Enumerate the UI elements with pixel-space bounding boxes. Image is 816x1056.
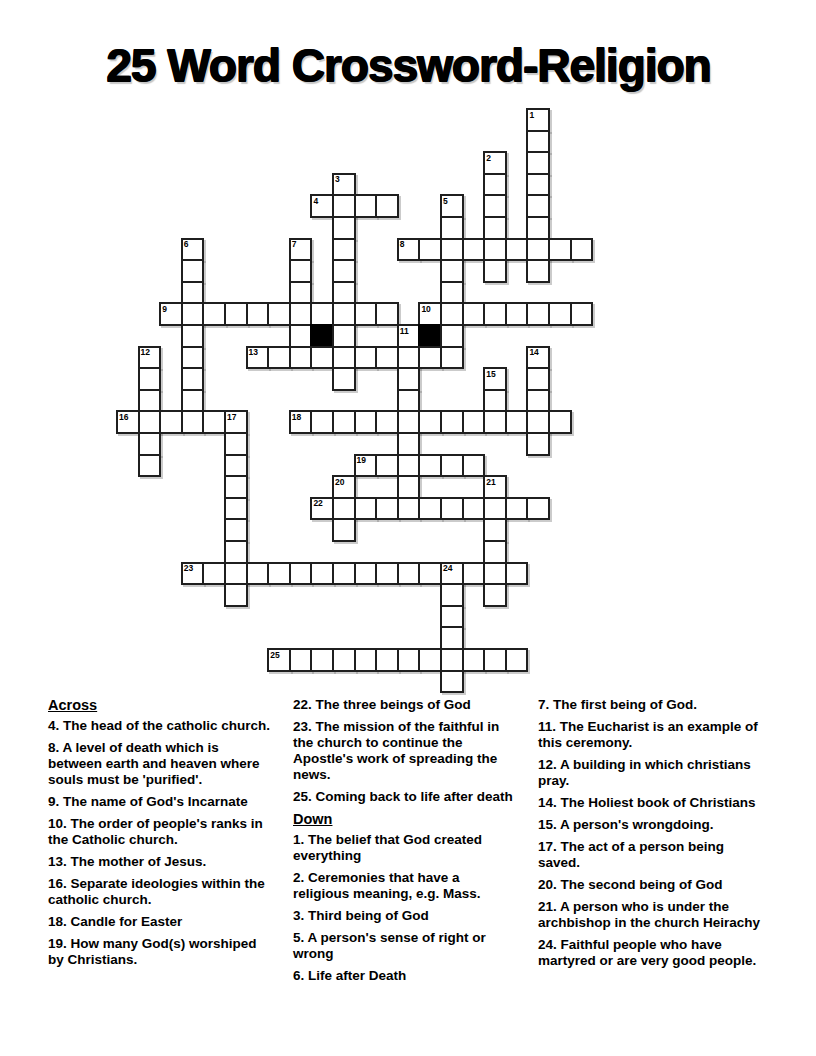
cell-r14c12[interactable]	[375, 410, 399, 434]
cell-r4c17[interactable]	[483, 194, 507, 218]
cell-r6c3[interactable]	[181, 238, 205, 262]
cell-r9c8[interactable]	[289, 302, 313, 326]
cell-r16c11[interactable]	[354, 454, 378, 478]
cell-r3c19[interactable]	[526, 173, 550, 197]
cell-r25c13[interactable]	[397, 648, 421, 672]
cell-r6c20[interactable]	[548, 238, 572, 262]
clue-22: 22. The three beings of God	[293, 697, 519, 713]
cell-r4c15[interactable]	[440, 194, 464, 218]
cell-r9c7[interactable]	[267, 302, 291, 326]
cell-r15c13[interactable]	[397, 432, 421, 456]
cell-r13c17[interactable]	[483, 389, 507, 413]
cell-r11c7[interactable]	[267, 346, 291, 370]
cell-r21c15[interactable]	[440, 562, 464, 586]
cell-r7c10[interactable]	[332, 259, 356, 283]
cell-r21c9[interactable]	[310, 562, 334, 586]
cell-r11c14[interactable]	[418, 346, 442, 370]
cell-r15c1[interactable]	[138, 432, 162, 456]
crossword-grid: 1234567891011121314151617181920212223242…	[117, 109, 594, 694]
cell-r14c19[interactable]	[526, 410, 550, 434]
cell-r17c10[interactable]	[332, 475, 356, 499]
cell-r25c18[interactable]	[505, 648, 529, 672]
clue-19: 19. How many God(s) worshiped by Christi…	[48, 936, 274, 968]
clue-7: 7. The first being of God.	[538, 697, 764, 713]
cell-r7c17[interactable]	[483, 259, 507, 283]
clue-5: 5. A person's sense of right or wrong	[293, 930, 519, 962]
down-header: Down	[293, 811, 519, 827]
cell-r12c19[interactable]	[526, 367, 550, 391]
cell-r12c3[interactable]	[181, 367, 205, 391]
cell-r16c13[interactable]	[397, 454, 421, 478]
cell-r11c15[interactable]	[440, 346, 464, 370]
cell-r16c12[interactable]	[375, 454, 399, 478]
cell-r21c11[interactable]	[354, 562, 378, 586]
cell-r16c5[interactable]	[224, 454, 248, 478]
cell-r14c16[interactable]	[462, 410, 486, 434]
cell-r14c9[interactable]	[310, 410, 334, 434]
clue-2: 2. Ceremonies that have a religious mean…	[293, 870, 519, 902]
clue-column-1: Across4. The head of the catholic church…	[48, 697, 274, 990]
cell-r13c3[interactable]	[181, 389, 205, 413]
clue-column-2: 22. The three beings of God23. The missi…	[293, 697, 519, 990]
cell-r21c10[interactable]	[332, 562, 356, 586]
clue-10: 10. The order of people's ranks in the C…	[48, 816, 274, 848]
cell-r11c9[interactable]	[310, 346, 334, 370]
cell-r13c19[interactable]	[526, 389, 550, 413]
clue-9: 9. The name of God's Incarnate	[48, 794, 274, 810]
across-header: Across	[48, 697, 274, 713]
cell-r6c19[interactable]	[526, 238, 550, 262]
cell-r21c17[interactable]	[483, 562, 507, 586]
clue-column-3: 7. The first being of God.11. The Euchar…	[538, 697, 764, 990]
cell-r25c16[interactable]	[462, 648, 486, 672]
cell-r9c6[interactable]	[246, 302, 270, 326]
black-cell-r10c14	[418, 324, 442, 348]
cell-r25c8[interactable]	[289, 648, 313, 672]
cell-r11c10[interactable]	[332, 346, 356, 370]
clue-17: 17. The act of a person being saved.	[538, 839, 764, 871]
cell-r18c14[interactable]	[418, 497, 442, 521]
cell-r7c15[interactable]	[440, 259, 464, 283]
cell-r15c5[interactable]	[224, 432, 248, 456]
clue-18: 18. Candle for Easter	[48, 914, 274, 930]
cell-r9c20[interactable]	[548, 302, 572, 326]
cell-r4c19[interactable]	[526, 194, 550, 218]
cell-r19c5[interactable]	[224, 518, 248, 542]
cell-r5c15[interactable]	[440, 216, 464, 240]
cell-r9c9[interactable]	[310, 302, 334, 326]
cell-r14c14[interactable]	[418, 410, 442, 434]
cell-r21c3[interactable]	[181, 562, 205, 586]
cell-r11c13[interactable]	[397, 346, 421, 370]
cell-r2c19[interactable]	[526, 151, 550, 175]
clue-13: 13. The mother of Jesus.	[48, 854, 274, 870]
cell-r9c17[interactable]	[483, 302, 507, 326]
clue-11: 11. The Eucharist is an example of this …	[538, 719, 764, 751]
cell-r7c19[interactable]	[526, 259, 550, 283]
cell-r14c10[interactable]	[332, 410, 356, 434]
cell-r9c10[interactable]	[332, 302, 356, 326]
cell-r9c11[interactable]	[354, 302, 378, 326]
cell-r8c10[interactable]	[332, 281, 356, 305]
cell-r14c4[interactable]	[202, 410, 226, 434]
clue-12: 12. A building in which christians pray.	[538, 757, 764, 789]
cell-r9c19[interactable]	[526, 302, 550, 326]
cell-r25c17[interactable]	[483, 648, 507, 672]
cell-r18c16[interactable]	[462, 497, 486, 521]
clue-16: 16. Separate ideologies within the catho…	[48, 876, 274, 908]
cell-r14c17[interactable]	[483, 410, 507, 434]
cell-r8c8[interactable]	[289, 281, 313, 305]
cell-r10c3[interactable]	[181, 324, 205, 348]
cell-r18c17[interactable]	[483, 497, 507, 521]
cell-r11c6[interactable]	[246, 346, 270, 370]
cell-r13c13[interactable]	[397, 389, 421, 413]
cell-r14c1[interactable]	[138, 410, 162, 434]
cell-r10c8[interactable]	[289, 324, 313, 348]
cell-r18c9[interactable]	[310, 497, 334, 521]
cell-r14c0[interactable]	[116, 410, 140, 434]
clue-21: 21. A person who is under the archbishop…	[538, 899, 764, 931]
cell-r21c14[interactable]	[418, 562, 442, 586]
cell-r20c17[interactable]	[483, 540, 507, 564]
cell-r18c18[interactable]	[505, 497, 529, 521]
cell-r6c16[interactable]	[462, 238, 486, 262]
cell-r9c21[interactable]	[570, 302, 594, 326]
cell-r25c15[interactable]	[440, 648, 464, 672]
cell-r14c11[interactable]	[354, 410, 378, 434]
cell-r1c19[interactable]	[526, 130, 550, 154]
cell-r11c11[interactable]	[354, 346, 378, 370]
cell-r2c17[interactable]	[483, 151, 507, 175]
cell-r21c6[interactable]	[246, 562, 270, 586]
cell-r16c15[interactable]	[440, 454, 464, 478]
cell-r25c12[interactable]	[375, 648, 399, 672]
cell-r7c8[interactable]	[289, 259, 313, 283]
cell-r21c16[interactable]	[462, 562, 486, 586]
cell-r8c3[interactable]	[181, 281, 205, 305]
cell-r13c1[interactable]	[138, 389, 162, 413]
cell-r16c16[interactable]	[462, 454, 486, 478]
cell-r12c1[interactable]	[138, 367, 162, 391]
cell-r9c3[interactable]	[181, 302, 205, 326]
cell-r18c5[interactable]	[224, 497, 248, 521]
cell-r6c14[interactable]	[418, 238, 442, 262]
cell-r21c8[interactable]	[289, 562, 313, 586]
cell-r25c9[interactable]	[310, 648, 334, 672]
cell-r5c10[interactable]	[332, 216, 356, 240]
cell-r16c14[interactable]	[418, 454, 442, 478]
cell-r12c13[interactable]	[397, 367, 421, 391]
cell-r9c14[interactable]	[418, 302, 442, 326]
cell-r21c5[interactable]	[224, 562, 248, 586]
cell-r25c11[interactable]	[354, 648, 378, 672]
cell-r18c13[interactable]	[397, 497, 421, 521]
cell-r9c12[interactable]	[375, 302, 399, 326]
cell-r9c4[interactable]	[202, 302, 226, 326]
clue-15: 15. A person's wrongdoing.	[538, 817, 764, 833]
clue-8: 8. A level of death which is between ear…	[48, 740, 274, 788]
cell-r24c15[interactable]	[440, 626, 464, 650]
cell-r23c15[interactable]	[440, 605, 464, 629]
cell-r18c11[interactable]	[354, 497, 378, 521]
clues-section: Across4. The head of the catholic church…	[48, 697, 764, 990]
clue-20: 20. The second being of God	[538, 877, 764, 893]
cell-r9c16[interactable]	[462, 302, 486, 326]
clue-3: 3. Third being of God	[293, 908, 519, 924]
clue-6: 6. Life after Death	[293, 968, 519, 984]
cell-r4c9[interactable]	[310, 194, 334, 218]
cell-r12c17[interactable]	[483, 367, 507, 391]
cell-r4c11[interactable]	[354, 194, 378, 218]
clue-24: 24. Faithful people who have martyred or…	[538, 937, 764, 969]
cell-r10c10[interactable]	[332, 324, 356, 348]
cell-r6c21[interactable]	[570, 238, 594, 262]
cell-r11c8[interactable]	[289, 346, 313, 370]
cell-r4c12[interactable]	[375, 194, 399, 218]
cell-r25c7[interactable]	[267, 648, 291, 672]
cell-r6c10[interactable]	[332, 238, 356, 262]
cell-r14c5[interactable]	[224, 410, 248, 434]
cell-r25c14[interactable]	[418, 648, 442, 672]
cell-r16c1[interactable]	[138, 454, 162, 478]
cell-r22c5[interactable]	[224, 583, 248, 607]
cell-r9c18[interactable]	[505, 302, 529, 326]
cell-r22c15[interactable]	[440, 583, 464, 607]
cell-r3c17[interactable]	[483, 173, 507, 197]
cell-r14c20[interactable]	[548, 410, 572, 434]
cell-r21c4[interactable]	[202, 562, 226, 586]
cell-r22c17[interactable]	[483, 583, 507, 607]
cell-r20c5[interactable]	[224, 540, 248, 564]
cell-r17c17[interactable]	[483, 475, 507, 499]
cell-r6c17[interactable]	[483, 238, 507, 262]
cell-r10c13[interactable]	[397, 324, 421, 348]
cell-r6c18[interactable]	[505, 238, 529, 262]
clue-14: 14. The Holiest book of Christians	[538, 795, 764, 811]
clue-1: 1. The belief that God created everythin…	[293, 832, 519, 864]
cell-r11c19[interactable]	[526, 346, 550, 370]
cell-r9c2[interactable]	[159, 302, 183, 326]
cell-r6c15[interactable]	[440, 238, 464, 262]
cell-r9c15[interactable]	[440, 302, 464, 326]
cell-r6c13[interactable]	[397, 238, 421, 262]
cell-r11c1[interactable]	[138, 346, 162, 370]
cell-r19c17[interactable]	[483, 518, 507, 542]
cell-r17c5[interactable]	[224, 475, 248, 499]
cell-r3c10[interactable]	[332, 173, 356, 197]
cell-r21c12[interactable]	[375, 562, 399, 586]
cell-r19c10[interactable]	[332, 518, 356, 542]
cell-r21c7[interactable]	[267, 562, 291, 586]
cell-r21c18[interactable]	[505, 562, 529, 586]
cell-r10c15[interactable]	[440, 324, 464, 348]
clue-23: 23. The mission of the faithful in the c…	[293, 719, 519, 783]
cell-r7c3[interactable]	[181, 259, 205, 283]
cell-r18c15[interactable]	[440, 497, 464, 521]
cell-r8c15[interactable]	[440, 281, 464, 305]
cell-r11c3[interactable]	[181, 346, 205, 370]
black-cell-r10c9	[310, 324, 334, 348]
cell-r21c13[interactable]	[397, 562, 421, 586]
page-title: 25 Word Crossword-Religion	[0, 38, 816, 92]
cell-r5c19[interactable]	[526, 216, 550, 240]
cell-r14c15[interactable]	[440, 410, 464, 434]
cell-r18c19[interactable]	[526, 497, 550, 521]
clue-25: 25. Coming back to life after death	[293, 789, 519, 805]
cell-r17c13[interactable]	[397, 475, 421, 499]
cell-r9c5[interactable]	[224, 302, 248, 326]
cell-r15c19[interactable]	[526, 432, 550, 456]
cell-r6c8[interactable]	[289, 238, 313, 262]
cell-r18c12[interactable]	[375, 497, 399, 521]
cell-r0c19[interactable]	[526, 108, 550, 132]
cell-r14c18[interactable]	[505, 410, 529, 434]
cell-r14c8[interactable]	[289, 410, 313, 434]
cell-r11c12[interactable]	[375, 346, 399, 370]
cell-r14c3[interactable]	[181, 410, 205, 434]
cell-r25c10[interactable]	[332, 648, 356, 672]
cell-r18c10[interactable]	[332, 497, 356, 521]
clue-4: 4. The head of the catholic church.	[48, 718, 274, 734]
cell-r4c10[interactable]	[332, 194, 356, 218]
cell-r14c2[interactable]	[159, 410, 183, 434]
cell-r12c10[interactable]	[332, 367, 356, 391]
cell-r14c13[interactable]	[397, 410, 421, 434]
cell-r5c17[interactable]	[483, 216, 507, 240]
cell-r26c15[interactable]	[440, 670, 464, 694]
